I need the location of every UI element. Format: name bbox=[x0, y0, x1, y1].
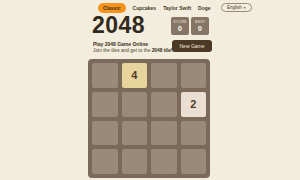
page: Classic Cupcakes Taylor Swift Doge Engli… bbox=[0, 0, 300, 180]
chevron-down-icon: ▾ bbox=[244, 6, 246, 10]
language-selector[interactable]: English ▾ bbox=[221, 3, 252, 12]
page-title: 2048 bbox=[92, 12, 145, 39]
tab-taylor-swift[interactable]: Taylor Swift bbox=[163, 5, 191, 11]
board-cell bbox=[92, 63, 118, 88]
board-cell bbox=[181, 63, 207, 88]
score-value: 0 bbox=[178, 25, 182, 32]
game-board[interactable]: 42 bbox=[88, 59, 210, 178]
score-box: SCORE 0 bbox=[171, 17, 189, 35]
score-label: SCORE bbox=[173, 20, 186, 24]
board-cell bbox=[151, 121, 177, 146]
board-cell bbox=[181, 149, 207, 174]
tab-cupcakes[interactable]: Cupcakes bbox=[133, 5, 157, 11]
best-value: 0 bbox=[198, 25, 202, 32]
subtitle-prefix: Join the tiles and get to the bbox=[93, 48, 152, 53]
best-box: BEST 0 bbox=[191, 17, 209, 35]
board-cell bbox=[122, 121, 148, 146]
tab-doge[interactable]: Doge bbox=[198, 5, 211, 11]
board-cell bbox=[151, 92, 177, 117]
board-cell bbox=[92, 92, 118, 117]
board-cell bbox=[92, 121, 118, 146]
subtitle-text: Join the tiles and get to the 2048 tile! bbox=[93, 48, 172, 53]
board-cell bbox=[92, 149, 118, 174]
subtitle-heading: Play 2048 Game Online bbox=[93, 41, 148, 47]
board-cell bbox=[122, 149, 148, 174]
board-cell bbox=[151, 63, 177, 88]
new-game-button[interactable]: New Game bbox=[172, 40, 212, 52]
board-cell bbox=[122, 92, 148, 117]
language-value: English bbox=[227, 5, 242, 10]
tile-2: 2 bbox=[181, 92, 207, 117]
best-label: BEST bbox=[195, 20, 205, 24]
board-cell bbox=[151, 149, 177, 174]
subtitle-strong: 2048 tile! bbox=[152, 48, 173, 53]
board-cell bbox=[181, 121, 207, 146]
tile-4: 4 bbox=[122, 63, 148, 88]
